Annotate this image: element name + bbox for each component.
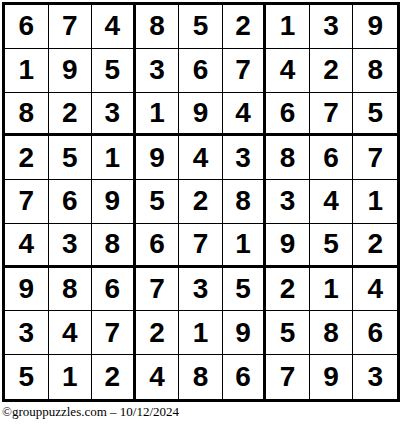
sudoku-cell-r9c8: 9	[310, 355, 354, 399]
sudoku-cell-r9c3: 2	[92, 355, 136, 399]
sudoku-cell-r2c1: 1	[5, 49, 49, 93]
sudoku-cell-r3c4: 1	[136, 93, 180, 137]
sudoku-cell-r9c6: 6	[223, 355, 267, 399]
sudoku-cell-r9c5: 8	[179, 355, 223, 399]
sudoku-cell-r2c9: 8	[353, 49, 397, 93]
sudoku-cell-r3c6: 4	[223, 93, 267, 137]
sudoku-cell-r6c2: 3	[49, 224, 93, 268]
sudoku-cell-r3c3: 3	[92, 93, 136, 137]
sudoku-cell-r6c8: 5	[310, 224, 354, 268]
sudoku-cell-r9c9: 3	[353, 355, 397, 399]
sudoku-cell-r8c9: 6	[353, 311, 397, 355]
copyright-footer: ©grouppuzzles.com – 10/12/2024	[2, 404, 179, 420]
sudoku-cell-r2c5: 6	[179, 49, 223, 93]
sudoku-cell-r4c5: 4	[179, 136, 223, 180]
sudoku-cell-r3c2: 2	[49, 93, 93, 137]
sudoku-cell-r7c5: 3	[179, 268, 223, 312]
sudoku-cell-r3c7: 6	[266, 93, 310, 137]
sudoku-cell-r6c4: 6	[136, 224, 180, 268]
sudoku-cell-r4c6: 3	[223, 136, 267, 180]
sudoku-cell-r1c9: 9	[353, 5, 397, 49]
sudoku-cell-r6c3: 8	[92, 224, 136, 268]
sudoku-cell-r2c8: 2	[310, 49, 354, 93]
sudoku-cell-r4c2: 5	[49, 136, 93, 180]
sudoku-cell-r1c4: 8	[136, 5, 180, 49]
sudoku-cell-r5c3: 9	[92, 180, 136, 224]
sudoku-cell-r8c1: 3	[5, 311, 49, 355]
sudoku-cell-r4c3: 1	[92, 136, 136, 180]
sudoku-cell-r9c4: 4	[136, 355, 180, 399]
sudoku-cell-r7c1: 9	[5, 268, 49, 312]
sudoku-cell-r7c4: 7	[136, 268, 180, 312]
sudoku-cell-r7c7: 2	[266, 268, 310, 312]
sudoku-cell-r6c1: 4	[5, 224, 49, 268]
sudoku-cell-r8c2: 4	[49, 311, 93, 355]
sudoku-cell-r9c7: 7	[266, 355, 310, 399]
sudoku-cell-r5c2: 6	[49, 180, 93, 224]
sudoku-cell-r6c6: 1	[223, 224, 267, 268]
sudoku-cell-r7c3: 6	[92, 268, 136, 312]
sudoku-cell-r4c8: 6	[310, 136, 354, 180]
sudoku-cell-r4c4: 9	[136, 136, 180, 180]
sudoku-cell-r5c6: 8	[223, 180, 267, 224]
sudoku-cell-r9c1: 5	[5, 355, 49, 399]
sudoku-cell-r1c8: 3	[310, 5, 354, 49]
sudoku-cell-r8c3: 7	[92, 311, 136, 355]
sudoku-page: 6748521391953674288231946752519438677695…	[0, 0, 402, 424]
sudoku-cell-r6c7: 9	[266, 224, 310, 268]
sudoku-cell-r1c5: 5	[179, 5, 223, 49]
sudoku-cell-r1c2: 7	[49, 5, 93, 49]
sudoku-cell-r5c7: 3	[266, 180, 310, 224]
sudoku-cell-r5c9: 1	[353, 180, 397, 224]
sudoku-cell-r1c1: 6	[5, 5, 49, 49]
sudoku-cell-r4c7: 8	[266, 136, 310, 180]
sudoku-cell-r8c4: 2	[136, 311, 180, 355]
sudoku-cell-r2c7: 4	[266, 49, 310, 93]
sudoku-cell-r9c2: 1	[49, 355, 93, 399]
sudoku-cell-r1c6: 2	[223, 5, 267, 49]
sudoku-cell-r3c8: 7	[310, 93, 354, 137]
sudoku-cell-r5c5: 2	[179, 180, 223, 224]
sudoku-cell-r5c8: 4	[310, 180, 354, 224]
sudoku-cell-r8c7: 5	[266, 311, 310, 355]
sudoku-cell-r7c8: 1	[310, 268, 354, 312]
sudoku-cell-r8c5: 1	[179, 311, 223, 355]
sudoku-cell-r8c6: 9	[223, 311, 267, 355]
sudoku-cell-r4c1: 2	[5, 136, 49, 180]
sudoku-cell-r7c9: 4	[353, 268, 397, 312]
sudoku-cell-r8c8: 8	[310, 311, 354, 355]
sudoku-cell-r2c6: 7	[223, 49, 267, 93]
sudoku-cell-r2c4: 3	[136, 49, 180, 93]
sudoku-cell-r5c4: 5	[136, 180, 180, 224]
sudoku-cell-r5c1: 7	[5, 180, 49, 224]
sudoku-cell-r6c9: 2	[353, 224, 397, 268]
sudoku-cell-r6c5: 7	[179, 224, 223, 268]
sudoku-cell-r2c2: 9	[49, 49, 93, 93]
sudoku-cell-r3c9: 5	[353, 93, 397, 137]
sudoku-cell-r7c6: 5	[223, 268, 267, 312]
sudoku-cell-r3c1: 8	[5, 93, 49, 137]
sudoku-board: 6748521391953674288231946752519438677695…	[2, 2, 400, 402]
sudoku-cell-r7c2: 8	[49, 268, 93, 312]
sudoku-cell-r3c5: 9	[179, 93, 223, 137]
sudoku-cell-r2c3: 5	[92, 49, 136, 93]
sudoku-cell-r4c9: 7	[353, 136, 397, 180]
sudoku-cell-r1c3: 4	[92, 5, 136, 49]
sudoku-cell-r1c7: 1	[266, 5, 310, 49]
